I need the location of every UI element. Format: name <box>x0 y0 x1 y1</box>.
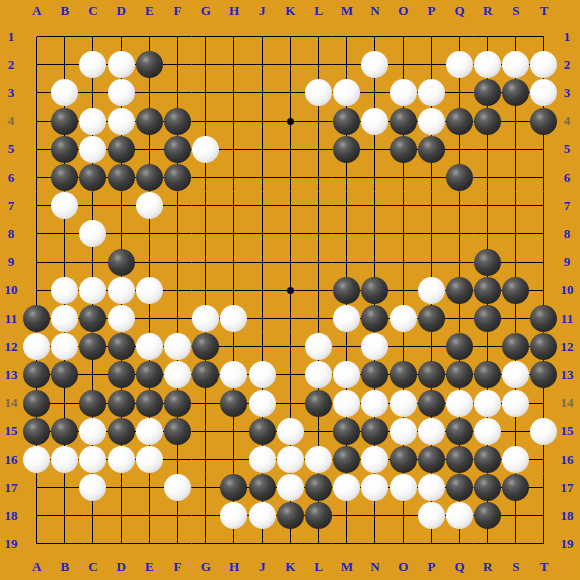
board-cell[interactable] <box>276 389 304 417</box>
board-cell[interactable] <box>220 220 248 248</box>
board-cell[interactable] <box>474 79 502 107</box>
board-cell[interactable] <box>474 135 502 163</box>
board-cell[interactable] <box>530 502 558 530</box>
board-cell[interactable] <box>135 389 163 417</box>
board-cell[interactable] <box>276 530 304 558</box>
board-cell[interactable] <box>192 163 220 191</box>
board-cell[interactable] <box>530 276 558 304</box>
board-cell[interactable] <box>304 333 332 361</box>
board-cell[interactable] <box>530 417 558 445</box>
board-cell[interactable] <box>23 502 51 530</box>
board-cell[interactable] <box>163 248 191 276</box>
board-cell[interactable] <box>135 220 163 248</box>
board-cell[interactable] <box>107 192 135 220</box>
board-cell[interactable] <box>276 276 304 304</box>
board-cell[interactable] <box>361 51 389 79</box>
board-cell[interactable] <box>248 276 276 304</box>
board-cell[interactable] <box>445 23 473 51</box>
board-cell[interactable] <box>51 445 79 473</box>
board-cell[interactable] <box>107 530 135 558</box>
board-cell[interactable] <box>389 163 417 191</box>
board-cell[interactable] <box>502 389 530 417</box>
board-cell[interactable] <box>107 79 135 107</box>
board-cell[interactable] <box>220 163 248 191</box>
board-cell[interactable] <box>361 389 389 417</box>
board-cell[interactable] <box>474 248 502 276</box>
board-cell[interactable] <box>248 333 276 361</box>
board-cell[interactable] <box>220 474 248 502</box>
board-cell[interactable] <box>474 107 502 135</box>
board-cell[interactable] <box>276 361 304 389</box>
board-cell[interactable] <box>389 192 417 220</box>
board-cell[interactable] <box>192 79 220 107</box>
board-cell[interactable] <box>163 417 191 445</box>
board-cell[interactable] <box>361 417 389 445</box>
board-cell[interactable] <box>333 248 361 276</box>
board-cell[interactable] <box>51 51 79 79</box>
board-cell[interactable] <box>248 220 276 248</box>
board-cell[interactable] <box>333 51 361 79</box>
board-cell[interactable] <box>51 474 79 502</box>
board-cell[interactable] <box>135 51 163 79</box>
board-cell[interactable] <box>333 502 361 530</box>
board-cell[interactable] <box>276 248 304 276</box>
board-cell[interactable] <box>107 389 135 417</box>
board-cell[interactable] <box>445 51 473 79</box>
board-cell[interactable] <box>51 304 79 332</box>
board-cell[interactable] <box>502 361 530 389</box>
board-cell[interactable] <box>51 135 79 163</box>
board-cell[interactable] <box>79 417 107 445</box>
board-cell[interactable] <box>276 163 304 191</box>
board-cell[interactable] <box>304 163 332 191</box>
board-cell[interactable] <box>276 79 304 107</box>
board-cell[interactable] <box>276 445 304 473</box>
board-cell[interactable] <box>474 445 502 473</box>
board-cell[interactable] <box>220 79 248 107</box>
board-cell[interactable] <box>361 276 389 304</box>
board-cell[interactable] <box>530 135 558 163</box>
board-cell[interactable] <box>445 474 473 502</box>
board-cell[interactable] <box>107 276 135 304</box>
board-cell[interactable] <box>417 220 445 248</box>
board-cell[interactable] <box>248 417 276 445</box>
board-cell[interactable] <box>163 192 191 220</box>
board-cell[interactable] <box>445 248 473 276</box>
board-cell[interactable] <box>417 502 445 530</box>
board-cell[interactable] <box>135 163 163 191</box>
board-cell[interactable] <box>220 530 248 558</box>
board-cell[interactable] <box>502 220 530 248</box>
board-cell[interactable] <box>135 445 163 473</box>
board-cell[interactable] <box>445 107 473 135</box>
board-cell[interactable] <box>304 248 332 276</box>
board-cell[interactable] <box>192 361 220 389</box>
board-cell[interactable] <box>502 474 530 502</box>
board-cell[interactable] <box>333 23 361 51</box>
board-cell[interactable] <box>445 220 473 248</box>
board-cell[interactable] <box>474 361 502 389</box>
board-cell[interactable] <box>79 333 107 361</box>
board-cell[interactable] <box>389 304 417 332</box>
board-cell[interactable] <box>474 530 502 558</box>
board-cell[interactable] <box>163 361 191 389</box>
board-cell[interactable] <box>135 135 163 163</box>
board-cell[interactable] <box>389 107 417 135</box>
board-cell[interactable] <box>23 276 51 304</box>
board-cell[interactable] <box>530 530 558 558</box>
board-cell[interactable] <box>248 51 276 79</box>
board-cell[interactable] <box>474 23 502 51</box>
board-cell[interactable] <box>474 333 502 361</box>
board-cell[interactable] <box>530 220 558 248</box>
board-cell[interactable] <box>79 192 107 220</box>
board-cell[interactable] <box>304 192 332 220</box>
board-cell[interactable] <box>51 79 79 107</box>
board-cell[interactable] <box>361 474 389 502</box>
board-cell[interactable] <box>51 361 79 389</box>
board-cell[interactable] <box>23 163 51 191</box>
board-cell[interactable] <box>389 389 417 417</box>
board-cell[interactable] <box>276 135 304 163</box>
board-cell[interactable] <box>135 361 163 389</box>
board-cell[interactable] <box>220 361 248 389</box>
board-cell[interactable] <box>304 79 332 107</box>
board-cell[interactable] <box>304 304 332 332</box>
board-cell[interactable] <box>79 530 107 558</box>
board-cell[interactable] <box>530 445 558 473</box>
board-cell[interactable] <box>192 107 220 135</box>
board-cell[interactable] <box>276 192 304 220</box>
board-cell[interactable] <box>417 107 445 135</box>
board-cell[interactable] <box>389 417 417 445</box>
board-cell[interactable] <box>192 474 220 502</box>
board-cell[interactable] <box>502 304 530 332</box>
board-cell[interactable] <box>248 79 276 107</box>
board-cell[interactable] <box>220 107 248 135</box>
board-cell[interactable] <box>417 417 445 445</box>
board-cell[interactable] <box>361 248 389 276</box>
board-cell[interactable] <box>417 163 445 191</box>
board-cell[interactable] <box>333 192 361 220</box>
board-cell[interactable] <box>79 474 107 502</box>
board-cell[interactable] <box>163 389 191 417</box>
board-cell[interactable] <box>304 445 332 473</box>
board-cell[interactable] <box>333 304 361 332</box>
board-cell[interactable] <box>276 51 304 79</box>
board-cell[interactable] <box>192 502 220 530</box>
board-cell[interactable] <box>502 502 530 530</box>
board-cell[interactable] <box>474 502 502 530</box>
board-cell[interactable] <box>23 417 51 445</box>
board-cell[interactable] <box>23 79 51 107</box>
board-cell[interactable] <box>163 502 191 530</box>
board-cell[interactable] <box>79 23 107 51</box>
board-cell[interactable] <box>107 417 135 445</box>
board-cell[interactable] <box>361 23 389 51</box>
board-cell[interactable] <box>417 389 445 417</box>
board-cell[interactable] <box>389 135 417 163</box>
board-cell[interactable] <box>107 333 135 361</box>
board-cell[interactable] <box>23 530 51 558</box>
board-cell[interactable] <box>417 79 445 107</box>
board-cell[interactable] <box>474 417 502 445</box>
board-cell[interactable] <box>276 502 304 530</box>
board-cell[interactable] <box>530 248 558 276</box>
board-cell[interactable] <box>220 502 248 530</box>
board-cell[interactable] <box>502 333 530 361</box>
board-cell[interactable] <box>530 333 558 361</box>
board-cell[interactable] <box>220 248 248 276</box>
board-cell[interactable] <box>276 474 304 502</box>
board-cell[interactable] <box>163 107 191 135</box>
board-cell[interactable] <box>248 445 276 473</box>
board-cell[interactable] <box>107 163 135 191</box>
board-cell[interactable] <box>502 530 530 558</box>
board-cell[interactable] <box>502 107 530 135</box>
board-cell[interactable] <box>51 389 79 417</box>
board-cell[interactable] <box>79 445 107 473</box>
board-cell[interactable] <box>417 248 445 276</box>
board-cell[interactable] <box>333 417 361 445</box>
board-cell[interactable] <box>192 276 220 304</box>
board-cell[interactable] <box>445 417 473 445</box>
board-cell[interactable] <box>79 248 107 276</box>
board-cell[interactable] <box>530 361 558 389</box>
board-cell[interactable] <box>135 192 163 220</box>
board-cell[interactable] <box>417 445 445 473</box>
board-cell[interactable] <box>23 23 51 51</box>
board-cell[interactable] <box>333 389 361 417</box>
board-cell[interactable] <box>248 23 276 51</box>
board-cell[interactable] <box>135 79 163 107</box>
board-cell[interactable] <box>417 23 445 51</box>
board-cell[interactable] <box>220 445 248 473</box>
board-cell[interactable] <box>135 23 163 51</box>
board-cell[interactable] <box>107 474 135 502</box>
board-cell[interactable] <box>220 135 248 163</box>
board-cell[interactable] <box>23 474 51 502</box>
board-cell[interactable] <box>361 163 389 191</box>
board-cell[interactable] <box>135 474 163 502</box>
board-cell[interactable] <box>361 107 389 135</box>
board-cell[interactable] <box>79 502 107 530</box>
board-cell[interactable] <box>530 23 558 51</box>
board-cell[interactable] <box>445 163 473 191</box>
board-cell[interactable] <box>107 502 135 530</box>
board-cell[interactable] <box>51 192 79 220</box>
board-cell[interactable] <box>333 276 361 304</box>
board-cell[interactable] <box>135 107 163 135</box>
board-cell[interactable] <box>445 276 473 304</box>
board-cell[interactable] <box>79 220 107 248</box>
board-cell[interactable] <box>163 474 191 502</box>
board-cell[interactable] <box>220 192 248 220</box>
board-cell[interactable] <box>474 304 502 332</box>
board-cell[interactable] <box>333 445 361 473</box>
board-cell[interactable] <box>474 220 502 248</box>
board-cell[interactable] <box>530 79 558 107</box>
board-cell[interactable] <box>474 51 502 79</box>
board-cell[interactable] <box>23 361 51 389</box>
board-cell[interactable] <box>79 107 107 135</box>
board-cell[interactable] <box>248 192 276 220</box>
board-cell[interactable] <box>304 502 332 530</box>
board-cell[interactable] <box>23 192 51 220</box>
board-cell[interactable] <box>220 389 248 417</box>
board-cell[interactable] <box>502 79 530 107</box>
board-cell[interactable] <box>474 276 502 304</box>
board-cell[interactable] <box>192 333 220 361</box>
board-cell[interactable] <box>276 220 304 248</box>
board-cell[interactable] <box>333 530 361 558</box>
board-cell[interactable] <box>135 333 163 361</box>
board-cell[interactable] <box>135 530 163 558</box>
board-cell[interactable] <box>361 79 389 107</box>
board-cell[interactable] <box>79 304 107 332</box>
board-cell[interactable] <box>276 333 304 361</box>
board-cell[interactable] <box>51 107 79 135</box>
board-cell[interactable] <box>445 79 473 107</box>
board-cell[interactable] <box>304 389 332 417</box>
board-cell[interactable] <box>163 220 191 248</box>
board-cell[interactable] <box>79 79 107 107</box>
board-cell[interactable] <box>51 163 79 191</box>
board-cell[interactable] <box>248 389 276 417</box>
board-cell[interactable] <box>333 79 361 107</box>
board-cell[interactable] <box>23 304 51 332</box>
board-cell[interactable] <box>248 163 276 191</box>
board-cell[interactable] <box>192 389 220 417</box>
board-cell[interactable] <box>248 502 276 530</box>
board-cell[interactable] <box>417 333 445 361</box>
board-cell[interactable] <box>389 333 417 361</box>
board-cell[interactable] <box>192 192 220 220</box>
board-cell[interactable] <box>23 333 51 361</box>
board-cell[interactable] <box>417 304 445 332</box>
board-cell[interactable] <box>389 474 417 502</box>
board-cell[interactable] <box>163 333 191 361</box>
board-cell[interactable] <box>51 276 79 304</box>
board-cell[interactable] <box>248 304 276 332</box>
board-cell[interactable] <box>192 23 220 51</box>
board-cell[interactable] <box>23 445 51 473</box>
board-cell[interactable] <box>163 304 191 332</box>
board-cell[interactable] <box>192 445 220 473</box>
board-cell[interactable] <box>417 135 445 163</box>
board-cell[interactable] <box>220 304 248 332</box>
board-cell[interactable] <box>361 304 389 332</box>
board-cell[interactable] <box>333 220 361 248</box>
board-cell[interactable] <box>445 445 473 473</box>
board-cell[interactable] <box>107 135 135 163</box>
board-cell[interactable] <box>107 220 135 248</box>
board-cell[interactable] <box>445 333 473 361</box>
board-cell[interactable] <box>192 248 220 276</box>
board-cell[interactable] <box>389 51 417 79</box>
board-cell[interactable] <box>361 502 389 530</box>
board-cell[interactable] <box>23 135 51 163</box>
board-cell[interactable] <box>417 51 445 79</box>
board-cell[interactable] <box>530 389 558 417</box>
board-cell[interactable] <box>135 304 163 332</box>
board-cell[interactable] <box>192 417 220 445</box>
board-cell[interactable] <box>304 135 332 163</box>
board-cell[interactable] <box>107 23 135 51</box>
board-cell[interactable] <box>333 474 361 502</box>
board-cell[interactable] <box>220 417 248 445</box>
board-cell[interactable] <box>107 361 135 389</box>
board-cell[interactable] <box>192 304 220 332</box>
board-cell[interactable] <box>79 276 107 304</box>
board-cell[interactable] <box>79 51 107 79</box>
board-cell[interactable] <box>220 23 248 51</box>
board-cell[interactable] <box>389 23 417 51</box>
board-cell[interactable] <box>502 248 530 276</box>
board-cell[interactable] <box>51 23 79 51</box>
board-cell[interactable] <box>163 163 191 191</box>
board-cell[interactable] <box>361 530 389 558</box>
board-cell[interactable] <box>163 51 191 79</box>
board-cell[interactable] <box>276 23 304 51</box>
board-cell[interactable] <box>502 445 530 473</box>
board-cell[interactable] <box>248 135 276 163</box>
board-cell[interactable] <box>163 276 191 304</box>
board-cell[interactable] <box>389 276 417 304</box>
board-cell[interactable] <box>220 51 248 79</box>
board-cell[interactable] <box>23 51 51 79</box>
board-cell[interactable] <box>248 248 276 276</box>
board-cell[interactable] <box>445 304 473 332</box>
board-cell[interactable] <box>445 530 473 558</box>
board-cell[interactable] <box>304 276 332 304</box>
board-cell[interactable] <box>248 474 276 502</box>
board-cell[interactable] <box>248 530 276 558</box>
board-cell[interactable] <box>389 248 417 276</box>
board-cell[interactable] <box>333 361 361 389</box>
board-cell[interactable] <box>107 107 135 135</box>
board-cell[interactable] <box>107 248 135 276</box>
board-cell[interactable] <box>192 530 220 558</box>
board-cell[interactable] <box>163 445 191 473</box>
board-cell[interactable] <box>51 502 79 530</box>
board-cell[interactable] <box>79 135 107 163</box>
board-cell[interactable] <box>445 502 473 530</box>
board-cell[interactable] <box>163 79 191 107</box>
board-cell[interactable] <box>389 530 417 558</box>
board-cell[interactable] <box>107 304 135 332</box>
board-cell[interactable] <box>23 389 51 417</box>
board-cell[interactable] <box>220 333 248 361</box>
board-cell[interactable] <box>333 107 361 135</box>
board-cell[interactable] <box>333 333 361 361</box>
board-cell[interactable] <box>304 530 332 558</box>
board-cell[interactable] <box>248 361 276 389</box>
board-cell[interactable] <box>51 248 79 276</box>
board-cell[interactable] <box>248 107 276 135</box>
board-cell[interactable] <box>51 530 79 558</box>
board-cell[interactable] <box>389 445 417 473</box>
board-cell[interactable] <box>530 163 558 191</box>
board-cell[interactable] <box>163 23 191 51</box>
board-cell[interactable] <box>361 361 389 389</box>
board-cell[interactable] <box>417 530 445 558</box>
board-cell[interactable] <box>192 135 220 163</box>
board-cell[interactable] <box>333 163 361 191</box>
board-cell[interactable] <box>79 163 107 191</box>
board-cell[interactable] <box>502 51 530 79</box>
board-cell[interactable] <box>474 163 502 191</box>
